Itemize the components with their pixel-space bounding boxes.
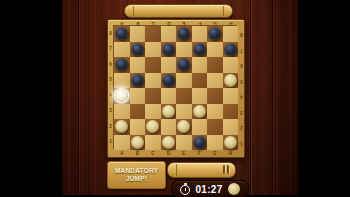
coord-label-C: C <box>145 151 161 157</box>
wood-plank-seam <box>250 0 251 195</box>
coord-label-3: 3 <box>239 104 244 120</box>
coord-label-B: B <box>130 151 146 157</box>
square-H5[interactable] <box>223 73 239 89</box>
captured-white-piece-edge <box>227 165 229 174</box>
black-piece-E8[interactable] <box>177 27 190 40</box>
square-G3[interactable] <box>207 104 223 120</box>
square-H4[interactable] <box>223 88 239 104</box>
square-C8[interactable] <box>145 26 161 42</box>
square-D8[interactable] <box>161 26 177 42</box>
coord-label-H: H <box>223 151 239 157</box>
coord-label-D: D <box>161 151 177 157</box>
wood-plank-seam <box>78 0 79 195</box>
square-A1[interactable] <box>114 135 130 151</box>
coord-label-2: 2 <box>239 119 244 135</box>
tray-groove <box>223 6 224 16</box>
white-piece-H1[interactable] <box>224 136 237 149</box>
square-A5[interactable] <box>114 73 130 89</box>
square-A6[interactable] <box>114 57 130 73</box>
square-E6[interactable] <box>176 57 192 73</box>
coord-label-4: 4 <box>239 88 244 104</box>
black-piece-D5[interactable] <box>162 74 175 87</box>
square-G4[interactable] <box>207 88 223 104</box>
white-piece-D1[interactable] <box>162 136 175 149</box>
coord-label-5: 5 <box>239 73 244 89</box>
coord-label-A: A <box>114 151 130 157</box>
white-piece-C2[interactable] <box>146 120 159 133</box>
square-A8[interactable] <box>114 26 130 42</box>
square-G2[interactable] <box>207 119 223 135</box>
checkers-app: ABCDEFGH ABCDEFGH 87654321 87654321 MAND… <box>0 0 350 197</box>
square-C2[interactable] <box>145 119 161 135</box>
square-H2[interactable] <box>223 119 239 135</box>
square-A3[interactable] <box>114 104 130 120</box>
square-B6[interactable] <box>130 57 146 73</box>
coord-label-E: E <box>176 151 192 157</box>
square-B8[interactable] <box>130 26 146 42</box>
square-E4[interactable] <box>176 88 192 104</box>
square-C7[interactable] <box>145 42 161 58</box>
square-E7[interactable] <box>176 42 192 58</box>
square-C5[interactable] <box>145 73 161 89</box>
square-D3[interactable] <box>161 104 177 120</box>
rank-labels-right: 87654321 <box>239 26 244 150</box>
square-H7[interactable] <box>223 42 239 58</box>
square-H1[interactable] <box>223 135 239 151</box>
mandatory-jump-banner: MANDATORY JUMP! <box>107 161 166 189</box>
black-piece-F7[interactable] <box>193 43 206 56</box>
timer-value: 01:27 <box>195 184 222 195</box>
square-D5[interactable] <box>161 73 177 89</box>
board-grid <box>113 25 237 149</box>
square-F8[interactable] <box>192 26 208 42</box>
square-H3[interactable] <box>223 104 239 120</box>
coord-label-8: 8 <box>239 26 244 42</box>
square-E1[interactable] <box>176 135 192 151</box>
square-E2[interactable] <box>176 119 192 135</box>
white-piece-H5[interactable] <box>224 74 237 87</box>
captured-pieces-tray-bottom <box>167 162 236 178</box>
captured-pieces-tray-top <box>124 4 233 18</box>
black-piece-H7[interactable] <box>224 43 237 56</box>
square-E5[interactable] <box>176 73 192 89</box>
black-piece-E6[interactable] <box>177 58 190 71</box>
coord-label-6: 6 <box>239 57 244 73</box>
stopwatch-icon <box>180 183 190 195</box>
square-G5[interactable] <box>207 73 223 89</box>
banner-line-1: MANDATORY <box>115 167 158 175</box>
white-piece-B1[interactable] <box>131 136 144 149</box>
square-D2[interactable] <box>161 119 177 135</box>
square-H8[interactable] <box>223 26 239 42</box>
turn-indicator-white-piece <box>228 183 240 195</box>
square-D4[interactable] <box>161 88 177 104</box>
banner-line-2: JUMP! <box>126 175 147 183</box>
wood-plank-seam <box>272 0 273 195</box>
square-F1[interactable] <box>192 135 208 151</box>
black-piece-G8[interactable] <box>208 27 221 40</box>
square-B4[interactable] <box>130 88 146 104</box>
square-F7[interactable] <box>192 42 208 58</box>
square-C6[interactable] <box>145 57 161 73</box>
checkers-board: ABCDEFGH ABCDEFGH 87654321 87654321 <box>107 19 245 158</box>
white-piece-A2[interactable] <box>115 120 128 133</box>
timer-panel: 01:27 <box>171 180 249 197</box>
black-piece-A8[interactable] <box>115 27 128 40</box>
square-G8[interactable] <box>207 26 223 42</box>
square-A7[interactable] <box>114 42 130 58</box>
square-A4[interactable] <box>114 88 130 104</box>
square-E8[interactable] <box>176 26 192 42</box>
square-D6[interactable] <box>161 57 177 73</box>
coord-label-7: 7 <box>239 42 244 58</box>
black-piece-A6[interactable] <box>115 58 128 71</box>
black-piece-F1[interactable] <box>193 136 206 149</box>
square-D7[interactable] <box>161 42 177 58</box>
square-F2[interactable] <box>192 119 208 135</box>
coord-label-1: 1 <box>239 135 244 151</box>
square-G6[interactable] <box>207 57 223 73</box>
square-A2[interactable] <box>114 119 130 135</box>
tray-groove <box>133 6 134 16</box>
square-B7[interactable] <box>130 42 146 58</box>
square-D1[interactable] <box>161 135 177 151</box>
coord-label-F: F <box>192 151 208 157</box>
white-piece-D3[interactable] <box>162 105 175 118</box>
black-piece-B5[interactable] <box>131 74 144 87</box>
selected-white-piece-A4[interactable] <box>115 89 128 102</box>
black-piece-D7[interactable] <box>162 43 175 56</box>
captured-white-piece-edge <box>223 165 225 174</box>
square-B5[interactable] <box>130 73 146 89</box>
square-E3[interactable] <box>176 104 192 120</box>
black-piece-B7[interactable] <box>131 43 144 56</box>
square-F6[interactable] <box>192 57 208 73</box>
square-B3[interactable] <box>130 104 146 120</box>
square-C1[interactable] <box>145 135 161 151</box>
square-F5[interactable] <box>192 73 208 89</box>
file-labels-bottom: ABCDEFGH <box>114 151 238 157</box>
square-F3[interactable] <box>192 104 208 120</box>
tray-groove <box>176 164 177 176</box>
square-B1[interactable] <box>130 135 146 151</box>
square-G7[interactable] <box>207 42 223 58</box>
square-C4[interactable] <box>145 88 161 104</box>
white-piece-E2[interactable] <box>177 120 190 133</box>
square-C3[interactable] <box>145 104 161 120</box>
square-B2[interactable] <box>130 119 146 135</box>
square-H6[interactable] <box>223 57 239 73</box>
square-F4[interactable] <box>192 88 208 104</box>
square-G1[interactable] <box>207 135 223 151</box>
white-piece-F3[interactable] <box>193 105 206 118</box>
coord-label-G: G <box>207 151 223 157</box>
